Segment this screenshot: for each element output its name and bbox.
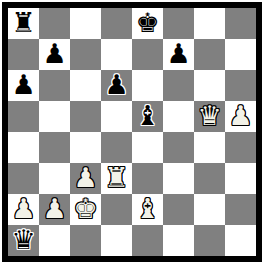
piece-white-rook: ♜	[104, 163, 128, 193]
square-h7[interactable]	[225, 39, 256, 70]
square-b3[interactable]	[39, 163, 70, 194]
chess-diagram: ♜♚♟♟♟♟♝♛♟♟♜♟♟♚♝♛	[0, 0, 264, 264]
square-g6[interactable]	[194, 70, 225, 101]
piece-black-rook: ♜	[11, 8, 35, 38]
square-f3[interactable]	[163, 163, 194, 194]
square-a3[interactable]	[8, 163, 39, 194]
piece-black-pawn: ♟	[166, 39, 190, 69]
square-c1[interactable]	[70, 225, 101, 256]
square-c2[interactable]: ♚	[70, 194, 101, 225]
piece-black-pawn: ♟	[42, 39, 66, 69]
square-a5[interactable]	[8, 101, 39, 132]
square-e6[interactable]	[132, 70, 163, 101]
square-d4[interactable]	[101, 132, 132, 163]
square-a8[interactable]: ♜	[8, 8, 39, 39]
square-e1[interactable]	[132, 225, 163, 256]
piece-black-pawn: ♟	[11, 70, 35, 100]
square-e7[interactable]	[132, 39, 163, 70]
square-h6[interactable]	[225, 70, 256, 101]
square-f5[interactable]	[163, 101, 194, 132]
square-h1[interactable]	[225, 225, 256, 256]
square-f1[interactable]	[163, 225, 194, 256]
piece-black-pawn: ♟	[104, 70, 128, 100]
square-c7[interactable]	[70, 39, 101, 70]
square-h4[interactable]	[225, 132, 256, 163]
square-c5[interactable]	[70, 101, 101, 132]
piece-white-pawn: ♟	[73, 163, 97, 193]
square-f8[interactable]	[163, 8, 194, 39]
square-g3[interactable]	[194, 163, 225, 194]
square-h3[interactable]	[225, 163, 256, 194]
square-f6[interactable]	[163, 70, 194, 101]
square-b1[interactable]	[39, 225, 70, 256]
square-g2[interactable]	[194, 194, 225, 225]
square-c8[interactable]	[70, 8, 101, 39]
square-e3[interactable]	[132, 163, 163, 194]
square-b7[interactable]: ♟	[39, 39, 70, 70]
square-h8[interactable]	[225, 8, 256, 39]
square-g8[interactable]	[194, 8, 225, 39]
square-d5[interactable]	[101, 101, 132, 132]
square-c3[interactable]: ♟	[70, 163, 101, 194]
piece-white-pawn: ♟	[11, 194, 35, 224]
square-g1[interactable]	[194, 225, 225, 256]
piece-white-pawn: ♟	[42, 194, 66, 224]
square-d2[interactable]	[101, 194, 132, 225]
square-a4[interactable]	[8, 132, 39, 163]
piece-white-pawn: ♟	[228, 101, 252, 131]
square-c4[interactable]	[70, 132, 101, 163]
chessboard-frame: ♜♚♟♟♟♟♝♛♟♟♜♟♟♚♝♛	[2, 2, 262, 262]
piece-black-bishop: ♝	[135, 101, 159, 131]
square-d8[interactable]	[101, 8, 132, 39]
piece-white-queen: ♛	[197, 101, 221, 131]
square-b6[interactable]	[39, 70, 70, 101]
square-d3[interactable]: ♜	[101, 163, 132, 194]
square-f4[interactable]	[163, 132, 194, 163]
square-a7[interactable]	[8, 39, 39, 70]
square-g5[interactable]: ♛	[194, 101, 225, 132]
square-g7[interactable]	[194, 39, 225, 70]
square-h5[interactable]: ♟	[225, 101, 256, 132]
piece-white-king: ♚	[73, 194, 97, 224]
square-g4[interactable]	[194, 132, 225, 163]
square-a6[interactable]: ♟	[8, 70, 39, 101]
square-b8[interactable]	[39, 8, 70, 39]
piece-black-queen: ♛	[11, 225, 35, 255]
square-h2[interactable]	[225, 194, 256, 225]
square-f7[interactable]: ♟	[163, 39, 194, 70]
piece-white-bishop: ♝	[135, 194, 159, 224]
square-b2[interactable]: ♟	[39, 194, 70, 225]
square-d7[interactable]	[101, 39, 132, 70]
square-e5[interactable]: ♝	[132, 101, 163, 132]
piece-black-king: ♚	[135, 8, 159, 38]
square-e8[interactable]: ♚	[132, 8, 163, 39]
square-f2[interactable]	[163, 194, 194, 225]
square-a2[interactable]: ♟	[8, 194, 39, 225]
square-d6[interactable]: ♟	[101, 70, 132, 101]
chessboard: ♜♚♟♟♟♟♝♛♟♟♜♟♟♚♝♛	[8, 8, 256, 256]
square-b5[interactable]	[39, 101, 70, 132]
square-e2[interactable]: ♝	[132, 194, 163, 225]
square-d1[interactable]	[101, 225, 132, 256]
square-a1[interactable]: ♛	[8, 225, 39, 256]
square-b4[interactable]	[39, 132, 70, 163]
square-e4[interactable]	[132, 132, 163, 163]
square-c6[interactable]	[70, 70, 101, 101]
